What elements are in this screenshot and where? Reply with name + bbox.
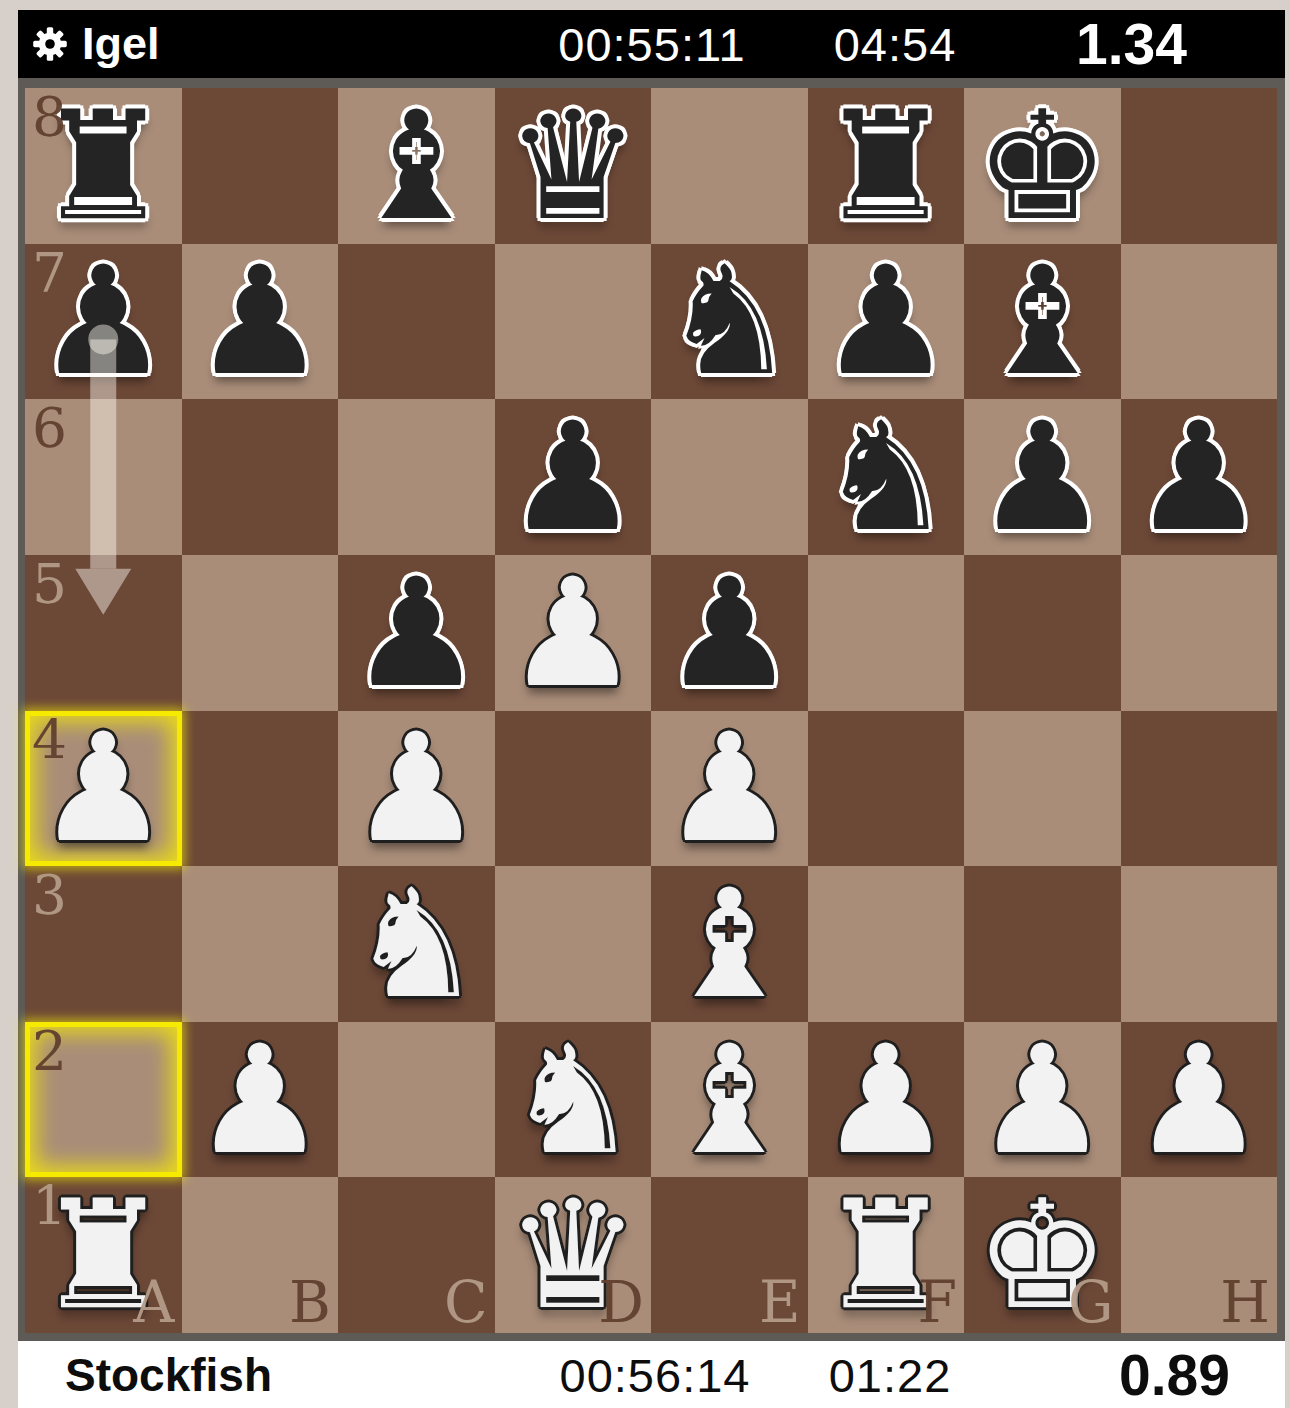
white-king[interactable]: ♚ [964, 1177, 1121, 1333]
square-b6[interactable] [182, 399, 339, 555]
square-a5[interactable]: 5 [25, 555, 182, 711]
square-g6[interactable]: ♟ [964, 399, 1121, 555]
black-pawn[interactable]: ♟ [1121, 399, 1278, 555]
file-label-c: C [444, 1274, 488, 1331]
rank-label-2: 2 [32, 1024, 67, 1079]
black-pawn[interactable]: ♟ [182, 244, 339, 400]
square-e6[interactable] [651, 399, 808, 555]
square-f5[interactable] [808, 555, 965, 711]
square-h8[interactable] [1121, 88, 1278, 244]
square-d2[interactable]: ♞ [495, 1022, 652, 1178]
square-f1[interactable]: ♜F [808, 1177, 965, 1333]
square-d6[interactable]: ♟ [495, 399, 652, 555]
top-game-clock: 00:55:11 [558, 17, 745, 72]
white-rook[interactable]: ♜ [808, 1177, 965, 1333]
square-e1[interactable]: E [651, 1177, 808, 1333]
square-a2[interactable]: 2 [25, 1022, 182, 1178]
square-e2[interactable]: ♝ [651, 1022, 808, 1178]
square-g8[interactable]: ♚ [964, 88, 1121, 244]
square-h4[interactable] [1121, 711, 1278, 867]
square-d8[interactable]: ♛ [495, 88, 652, 244]
bottom-player-name: Stockfish [65, 1348, 272, 1402]
square-b2[interactable]: ♟ [182, 1022, 339, 1178]
square-b5[interactable] [182, 555, 339, 711]
white-pawn[interactable]: ♟ [182, 1022, 339, 1178]
black-rook[interactable]: ♜ [25, 88, 182, 244]
square-d1[interactable]: ♛D [495, 1177, 652, 1333]
square-e7[interactable]: ♞ [651, 244, 808, 400]
white-knight[interactable]: ♞ [495, 1022, 652, 1178]
square-f4[interactable] [808, 711, 965, 867]
black-knight[interactable]: ♞ [651, 244, 808, 400]
square-e4[interactable]: ♟ [651, 711, 808, 867]
white-bishop[interactable]: ♝ [651, 1022, 808, 1178]
black-bishop[interactable]: ♝ [338, 88, 495, 244]
black-king[interactable]: ♚ [964, 88, 1121, 244]
top-player-name: Igel [82, 18, 160, 70]
square-g7[interactable]: ♝ [964, 244, 1121, 400]
square-c1[interactable]: C [338, 1177, 495, 1333]
square-b8[interactable] [182, 88, 339, 244]
white-bishop[interactable]: ♝ [651, 866, 808, 1022]
square-b4[interactable] [182, 711, 339, 867]
white-pawn[interactable]: ♟ [1121, 1022, 1278, 1178]
square-h3[interactable] [1121, 866, 1278, 1022]
square-f8[interactable]: ♜ [808, 88, 965, 244]
white-pawn[interactable]: ♟ [808, 1022, 965, 1178]
top-move-clock: 04:54 [834, 17, 957, 72]
square-c3[interactable]: ♞ [338, 866, 495, 1022]
settings-gear-icon[interactable] [30, 24, 70, 64]
square-a3[interactable]: 3 [25, 866, 182, 1022]
black-knight[interactable]: ♞ [808, 399, 965, 555]
black-rook[interactable]: ♜ [808, 88, 965, 244]
square-f6[interactable]: ♞ [808, 399, 965, 555]
square-c5[interactable]: ♟ [338, 555, 495, 711]
square-c8[interactable]: ♝ [338, 88, 495, 244]
bottom-player-bar: Stockfish 00:56:14 01:22 0.89 [18, 1341, 1285, 1408]
bottom-move-clock: 01:22 [829, 1347, 952, 1402]
square-h1[interactable]: H [1121, 1177, 1278, 1333]
square-c6[interactable] [338, 399, 495, 555]
square-b3[interactable] [182, 866, 339, 1022]
square-f2[interactable]: ♟ [808, 1022, 965, 1178]
board-frame: ♜8♝♛♜♚♟7♟♞♟♝6♟♞♟♟5♟♟♟♟4♟♟3♞♝2♟♞♝♟♟♟♜1ABC… [18, 78, 1285, 1341]
white-pawn[interactable]: ♟ [25, 711, 182, 867]
white-knight[interactable]: ♞ [338, 866, 495, 1022]
black-pawn[interactable]: ♟ [495, 399, 652, 555]
chess-board[interactable]: ♜8♝♛♜♚♟7♟♞♟♝6♟♞♟♟5♟♟♟♟4♟♟3♞♝2♟♞♝♟♟♟♜1ABC… [25, 88, 1277, 1333]
square-h5[interactable] [1121, 555, 1278, 711]
square-g2[interactable]: ♟ [964, 1022, 1121, 1178]
file-label-e: E [759, 1274, 801, 1331]
square-a8[interactable]: ♜8 [25, 88, 182, 244]
white-pawn[interactable]: ♟ [964, 1022, 1121, 1178]
square-a4[interactable]: ♟4 [25, 711, 182, 867]
square-d3[interactable] [495, 866, 652, 1022]
square-h7[interactable] [1121, 244, 1278, 400]
square-d7[interactable] [495, 244, 652, 400]
rank-label-5: 5 [32, 557, 67, 612]
black-pawn[interactable]: ♟ [651, 555, 808, 711]
square-g5[interactable] [964, 555, 1121, 711]
square-g1[interactable]: ♚G [964, 1177, 1121, 1333]
square-d4[interactable] [495, 711, 652, 867]
white-pawn[interactable]: ♟ [651, 711, 808, 867]
square-d5[interactable]: ♟ [495, 555, 652, 711]
black-pawn[interactable]: ♟ [25, 244, 182, 400]
black-queen[interactable]: ♛ [495, 88, 652, 244]
white-pawn[interactable]: ♟ [495, 555, 652, 711]
square-b7[interactable]: ♟ [182, 244, 339, 400]
black-pawn[interactable]: ♟ [964, 399, 1121, 555]
square-f3[interactable] [808, 866, 965, 1022]
top-player-bar: Igel 00:55:11 04:54 1.34 [18, 10, 1285, 78]
square-g3[interactable] [964, 866, 1121, 1022]
black-pawn[interactable]: ♟ [808, 244, 965, 400]
white-queen[interactable]: ♛ [495, 1177, 652, 1333]
bottom-evaluation: 0.89 [1119, 1342, 1230, 1408]
square-b1[interactable]: B [182, 1177, 339, 1333]
square-f7[interactable]: ♟ [808, 244, 965, 400]
black-pawn[interactable]: ♟ [338, 555, 495, 711]
file-label-h: H [1220, 1274, 1270, 1331]
file-label-b: B [289, 1274, 331, 1331]
white-pawn[interactable]: ♟ [338, 711, 495, 867]
rank-label-6: 6 [32, 401, 67, 456]
square-a1[interactable]: ♜1A [25, 1177, 182, 1333]
square-h6[interactable]: ♟ [1121, 399, 1278, 555]
square-c7[interactable] [338, 244, 495, 400]
square-a7[interactable]: ♟7 [25, 244, 182, 400]
square-a6[interactable]: 6 [25, 399, 182, 555]
square-c4[interactable]: ♟ [338, 711, 495, 867]
square-g4[interactable] [964, 711, 1121, 867]
square-c2[interactable] [338, 1022, 495, 1178]
black-bishop[interactable]: ♝ [964, 244, 1121, 400]
white-rook[interactable]: ♜ [25, 1177, 182, 1333]
bottom-game-clock: 00:56:14 [560, 1347, 751, 1402]
square-e3[interactable]: ♝ [651, 866, 808, 1022]
square-h2[interactable]: ♟ [1121, 1022, 1278, 1178]
top-evaluation: 1.34 [1076, 11, 1187, 77]
square-e8[interactable] [651, 88, 808, 244]
rank-label-3: 3 [32, 868, 67, 923]
square-e5[interactable]: ♟ [651, 555, 808, 711]
